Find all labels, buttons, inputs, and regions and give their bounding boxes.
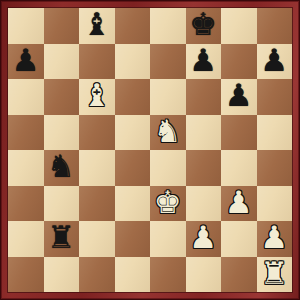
- square-h3[interactable]: [257, 186, 293, 222]
- square-a8[interactable]: [8, 8, 44, 44]
- square-e7[interactable]: [150, 44, 186, 80]
- square-d5[interactable]: [115, 115, 151, 151]
- piece-black-pawn[interactable]: ♟: [225, 80, 253, 111]
- square-c2[interactable]: [79, 221, 115, 257]
- square-f8[interactable]: ♚: [186, 8, 222, 44]
- square-c5[interactable]: [79, 115, 115, 151]
- square-g3[interactable]: ♟: [221, 186, 257, 222]
- square-b5[interactable]: [44, 115, 80, 151]
- square-a6[interactable]: [8, 79, 44, 115]
- square-a7[interactable]: ♟: [8, 44, 44, 80]
- piece-black-bishop[interactable]: ♝: [83, 9, 111, 40]
- square-d3[interactable]: [115, 186, 151, 222]
- piece-white-pawn[interactable]: ♟: [260, 222, 288, 253]
- square-f6[interactable]: [186, 79, 222, 115]
- square-a3[interactable]: [8, 186, 44, 222]
- piece-black-king[interactable]: ♚: [189, 9, 217, 40]
- piece-black-knight[interactable]: ♞: [47, 151, 75, 182]
- square-h2[interactable]: ♟: [257, 221, 293, 257]
- square-g1[interactable]: [221, 257, 257, 293]
- chess-board: ♝♚♟♟♟♝♟♞♞♚♟♜♟♟♜: [8, 8, 292, 292]
- square-e2[interactable]: [150, 221, 186, 257]
- square-h8[interactable]: [257, 8, 293, 44]
- square-e3[interactable]: ♚: [150, 186, 186, 222]
- square-c4[interactable]: [79, 150, 115, 186]
- square-e5[interactable]: ♞: [150, 115, 186, 151]
- square-f5[interactable]: [186, 115, 222, 151]
- square-f2[interactable]: ♟: [186, 221, 222, 257]
- square-h7[interactable]: ♟: [257, 44, 293, 80]
- square-b6[interactable]: [44, 79, 80, 115]
- piece-black-pawn[interactable]: ♟: [12, 45, 40, 76]
- piece-white-pawn[interactable]: ♟: [189, 222, 217, 253]
- square-a2[interactable]: [8, 221, 44, 257]
- square-h4[interactable]: [257, 150, 293, 186]
- piece-white-king[interactable]: ♚: [154, 187, 182, 218]
- piece-white-bishop[interactable]: ♝: [83, 80, 111, 111]
- square-f7[interactable]: ♟: [186, 44, 222, 80]
- piece-black-rook[interactable]: ♜: [47, 222, 75, 253]
- square-e4[interactable]: [150, 150, 186, 186]
- square-b7[interactable]: [44, 44, 80, 80]
- square-c7[interactable]: [79, 44, 115, 80]
- square-a1[interactable]: [8, 257, 44, 293]
- square-d7[interactable]: [115, 44, 151, 80]
- square-g6[interactable]: ♟: [221, 79, 257, 115]
- square-c3[interactable]: [79, 186, 115, 222]
- square-g2[interactable]: [221, 221, 257, 257]
- square-e1[interactable]: [150, 257, 186, 293]
- square-h5[interactable]: [257, 115, 293, 151]
- square-d8[interactable]: [115, 8, 151, 44]
- square-g5[interactable]: [221, 115, 257, 151]
- square-b4[interactable]: ♞: [44, 150, 80, 186]
- square-f3[interactable]: [186, 186, 222, 222]
- square-d2[interactable]: [115, 221, 151, 257]
- piece-white-rook[interactable]: ♜: [260, 258, 288, 289]
- square-h1[interactable]: ♜: [257, 257, 293, 293]
- square-a5[interactable]: [8, 115, 44, 151]
- square-d4[interactable]: [115, 150, 151, 186]
- square-b2[interactable]: ♜: [44, 221, 80, 257]
- square-c1[interactable]: [79, 257, 115, 293]
- square-f1[interactable]: [186, 257, 222, 293]
- square-g8[interactable]: [221, 8, 257, 44]
- square-d1[interactable]: [115, 257, 151, 293]
- piece-white-pawn[interactable]: ♟: [225, 187, 253, 218]
- piece-black-pawn[interactable]: ♟: [260, 45, 288, 76]
- board-frame: ♝♚♟♟♟♝♟♞♞♚♟♜♟♟♜: [0, 0, 300, 300]
- square-b1[interactable]: [44, 257, 80, 293]
- square-e8[interactable]: [150, 8, 186, 44]
- piece-white-knight[interactable]: ♞: [154, 116, 182, 147]
- square-g7[interactable]: [221, 44, 257, 80]
- square-d6[interactable]: [115, 79, 151, 115]
- square-f4[interactable]: [186, 150, 222, 186]
- square-c6[interactable]: ♝: [79, 79, 115, 115]
- square-b8[interactable]: [44, 8, 80, 44]
- square-b3[interactable]: [44, 186, 80, 222]
- square-c8[interactable]: ♝: [79, 8, 115, 44]
- square-h6[interactable]: [257, 79, 293, 115]
- square-g4[interactable]: [221, 150, 257, 186]
- piece-black-pawn[interactable]: ♟: [189, 45, 217, 76]
- square-a4[interactable]: [8, 150, 44, 186]
- square-e6[interactable]: [150, 79, 186, 115]
